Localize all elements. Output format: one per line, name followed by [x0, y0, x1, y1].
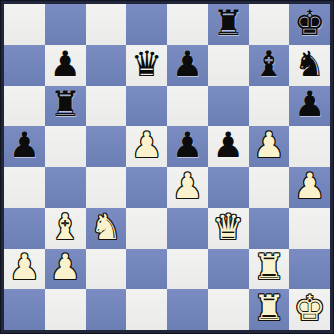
square-h6[interactable]: ♟ — [289, 86, 330, 127]
square-e4[interactable]: ♟ — [167, 167, 208, 208]
square-h5[interactable] — [289, 126, 330, 167]
piece-white-knight[interactable]: ♞ — [90, 210, 121, 245]
piece-white-pawn[interactable]: ♟ — [294, 169, 325, 204]
piece-black-rook[interactable]: ♜ — [212, 6, 243, 41]
piece-black-knight[interactable]: ♞ — [294, 47, 325, 82]
square-e3[interactable] — [167, 208, 208, 249]
piece-black-pawn[interactable]: ♟ — [172, 47, 203, 82]
square-g6[interactable] — [249, 86, 290, 127]
square-d3[interactable] — [126, 208, 167, 249]
square-g4[interactable] — [249, 167, 290, 208]
piece-black-bishop[interactable]: ♝ — [253, 47, 284, 82]
square-a1[interactable] — [4, 289, 45, 330]
piece-white-bishop[interactable]: ♝ — [49, 210, 80, 245]
square-f3[interactable]: ♛ — [208, 208, 249, 249]
piece-white-queen[interactable]: ♛ — [212, 210, 243, 245]
square-f1[interactable] — [208, 289, 249, 330]
piece-white-king[interactable]: ♚ — [294, 291, 325, 326]
piece-white-pawn[interactable]: ♟ — [131, 128, 162, 163]
square-d2[interactable] — [126, 249, 167, 290]
square-e2[interactable] — [167, 249, 208, 290]
piece-white-rook[interactable]: ♜ — [253, 250, 284, 285]
piece-white-pawn[interactable]: ♟ — [49, 250, 80, 285]
square-b3[interactable]: ♝ — [45, 208, 86, 249]
square-b7[interactable]: ♟ — [45, 45, 86, 86]
square-a3[interactable] — [4, 208, 45, 249]
square-d6[interactable] — [126, 86, 167, 127]
square-c5[interactable] — [86, 126, 127, 167]
piece-black-rook[interactable]: ♜ — [49, 87, 80, 122]
square-a4[interactable] — [4, 167, 45, 208]
square-f2[interactable] — [208, 249, 249, 290]
piece-black-queen[interactable]: ♛ — [131, 47, 162, 82]
square-c3[interactable]: ♞ — [86, 208, 127, 249]
square-a6[interactable] — [4, 86, 45, 127]
square-c6[interactable] — [86, 86, 127, 127]
square-g7[interactable]: ♝ — [249, 45, 290, 86]
square-c4[interactable] — [86, 167, 127, 208]
square-f4[interactable] — [208, 167, 249, 208]
square-e6[interactable] — [167, 86, 208, 127]
square-e7[interactable]: ♟ — [167, 45, 208, 86]
square-g1[interactable]: ♜ — [249, 289, 290, 330]
piece-black-pawn[interactable]: ♟ — [294, 87, 325, 122]
square-d1[interactable] — [126, 289, 167, 330]
square-b8[interactable] — [45, 4, 86, 45]
piece-white-pawn[interactable]: ♟ — [172, 169, 203, 204]
square-c8[interactable] — [86, 4, 127, 45]
square-e5[interactable]: ♟ — [167, 126, 208, 167]
square-g3[interactable] — [249, 208, 290, 249]
square-c1[interactable] — [86, 289, 127, 330]
square-h8[interactable]: ♚ — [289, 4, 330, 45]
square-a8[interactable] — [4, 4, 45, 45]
square-b5[interactable] — [45, 126, 86, 167]
piece-white-rook[interactable]: ♜ — [253, 291, 284, 326]
square-b6[interactable]: ♜ — [45, 86, 86, 127]
piece-black-pawn[interactable]: ♟ — [212, 128, 243, 163]
square-g5[interactable]: ♟ — [249, 126, 290, 167]
piece-white-pawn[interactable]: ♟ — [9, 250, 40, 285]
piece-black-pawn[interactable]: ♟ — [49, 47, 80, 82]
square-a2[interactable]: ♟ — [4, 249, 45, 290]
square-e1[interactable] — [167, 289, 208, 330]
square-h3[interactable] — [289, 208, 330, 249]
square-f5[interactable]: ♟ — [208, 126, 249, 167]
piece-white-pawn[interactable]: ♟ — [253, 128, 284, 163]
square-b1[interactable] — [45, 289, 86, 330]
square-f6[interactable] — [208, 86, 249, 127]
square-d8[interactable] — [126, 4, 167, 45]
chess-board: ♜♚♟♛♟♝♞♜♟♟♟♟♟♟♟♟♝♞♛♟♟♜♜♚ — [4, 4, 330, 330]
square-g8[interactable] — [249, 4, 290, 45]
square-e8[interactable] — [167, 4, 208, 45]
square-d4[interactable] — [126, 167, 167, 208]
square-h4[interactable]: ♟ — [289, 167, 330, 208]
square-b2[interactable]: ♟ — [45, 249, 86, 290]
square-a7[interactable] — [4, 45, 45, 86]
piece-black-pawn[interactable]: ♟ — [9, 128, 40, 163]
square-g2[interactable]: ♜ — [249, 249, 290, 290]
square-c7[interactable] — [86, 45, 127, 86]
square-d5[interactable]: ♟ — [126, 126, 167, 167]
square-h7[interactable]: ♞ — [289, 45, 330, 86]
square-f8[interactable]: ♜ — [208, 4, 249, 45]
square-a5[interactable]: ♟ — [4, 126, 45, 167]
square-b4[interactable] — [45, 167, 86, 208]
square-h1[interactable]: ♚ — [289, 289, 330, 330]
piece-black-king[interactable]: ♚ — [294, 6, 325, 41]
square-d7[interactable]: ♛ — [126, 45, 167, 86]
square-h2[interactable] — [289, 249, 330, 290]
chess-board-frame: ♜♚♟♛♟♝♞♜♟♟♟♟♟♟♟♟♝♞♛♟♟♜♜♚ — [0, 0, 334, 334]
square-f7[interactable] — [208, 45, 249, 86]
square-c2[interactable] — [86, 249, 127, 290]
piece-black-pawn[interactable]: ♟ — [172, 128, 203, 163]
